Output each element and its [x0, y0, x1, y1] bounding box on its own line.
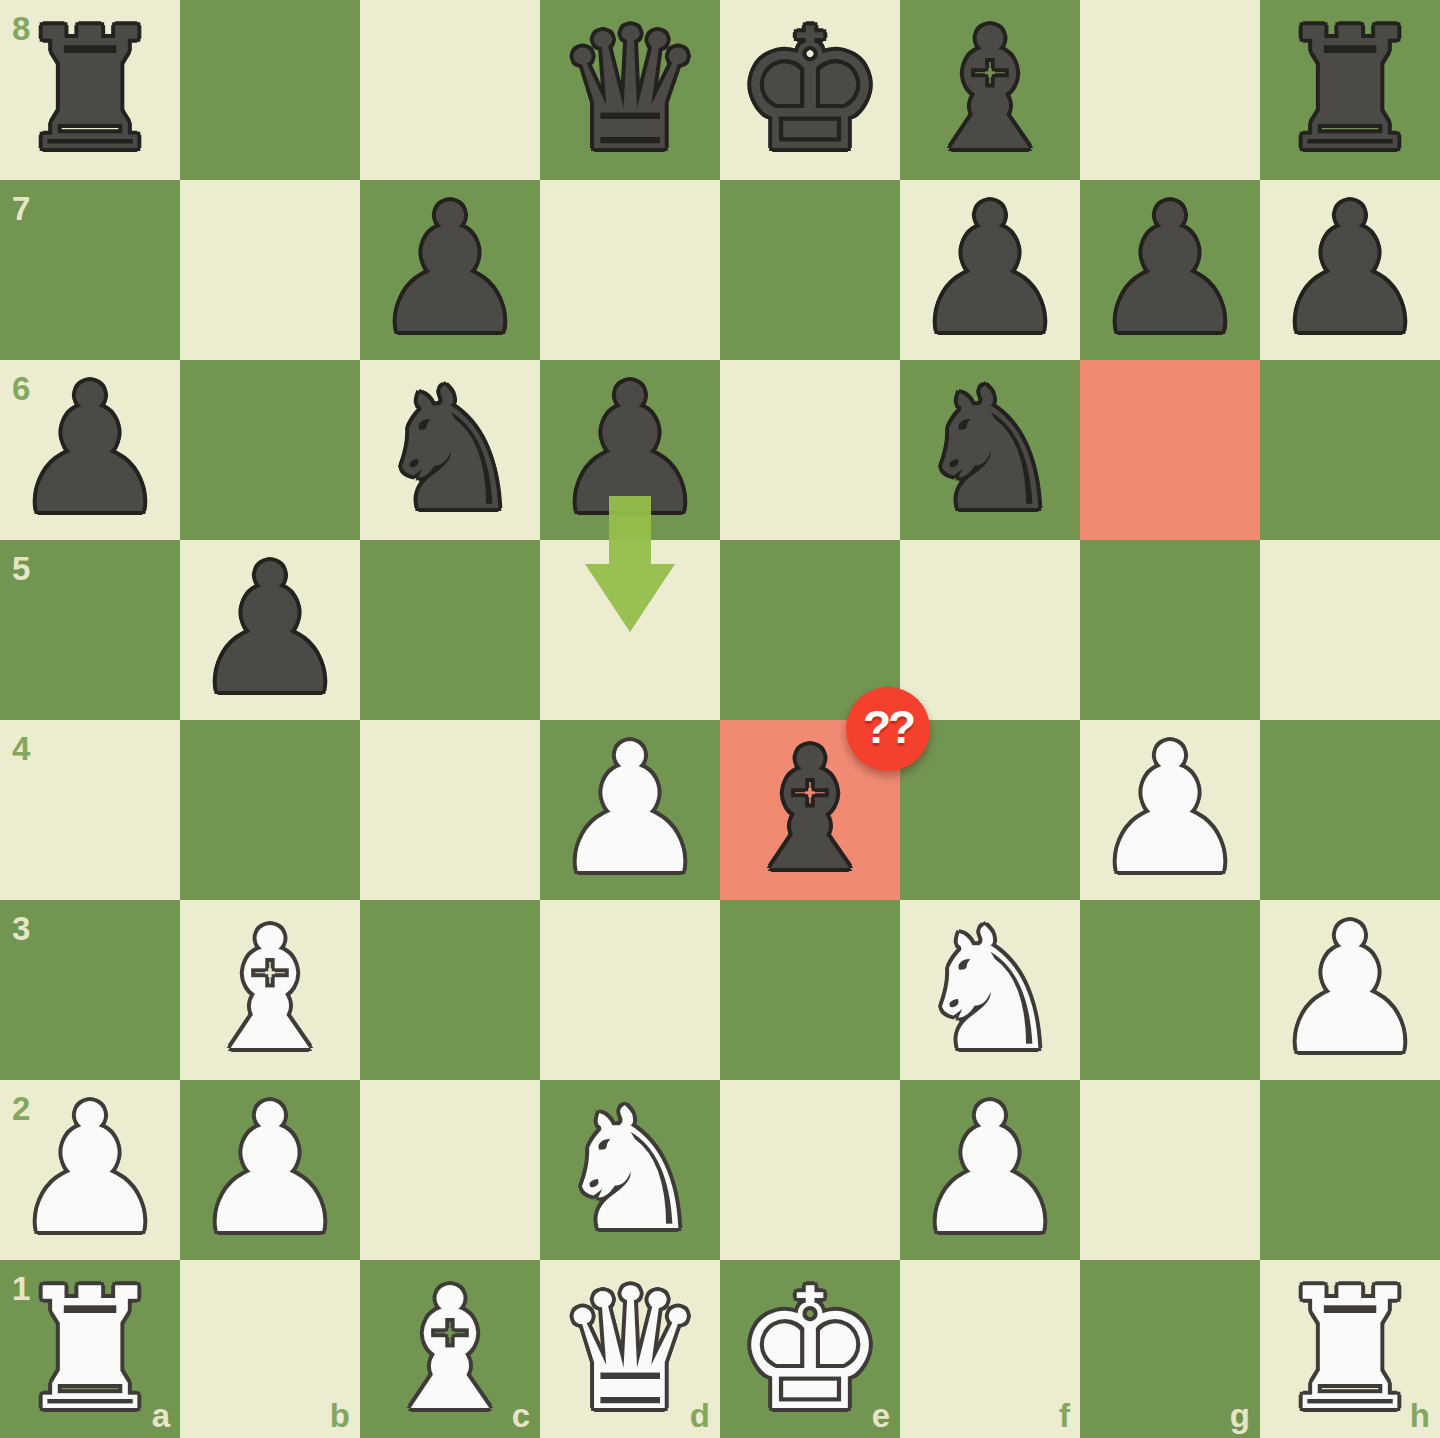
white-king-piece[interactable]: ♚: [720, 1260, 900, 1438]
blunder-badge: ??: [846, 687, 930, 771]
square-a6[interactable]: 6♟: [0, 360, 180, 540]
square-b5[interactable]: ♟: [180, 540, 360, 720]
square-f5[interactable]: [900, 540, 1080, 720]
white-knight-piece[interactable]: ♞: [900, 900, 1080, 1080]
rank-label-3: 3: [12, 912, 30, 945]
square-a4[interactable]: 4: [0, 720, 180, 900]
square-c7[interactable]: ♟: [360, 180, 540, 360]
square-e3[interactable]: [720, 900, 900, 1080]
black-rook-piece[interactable]: ♜: [0, 0, 180, 180]
square-h5[interactable]: [1260, 540, 1440, 720]
square-g8[interactable]: [1080, 0, 1260, 180]
black-pawn-piece[interactable]: ♟: [1260, 180, 1440, 360]
chess-board: 8♜♛♚♝♜7♟♟♟♟6♟♞♟♞5♟4♟♝♟3♝♞♟2♟♟♞♟1a♜bc♝d♛e…: [0, 0, 1440, 1438]
black-pawn-piece[interactable]: ♟: [540, 360, 720, 540]
black-rook-piece[interactable]: ♜: [1260, 0, 1440, 180]
square-f6[interactable]: ♞: [900, 360, 1080, 540]
square-c5[interactable]: [360, 540, 540, 720]
square-h4[interactable]: [1260, 720, 1440, 900]
square-b2[interactable]: ♟: [180, 1080, 360, 1260]
square-g1[interactable]: g: [1080, 1260, 1260, 1438]
square-a3[interactable]: 3: [0, 900, 180, 1080]
square-d4[interactable]: ♟: [540, 720, 720, 900]
square-c2[interactable]: [360, 1080, 540, 1260]
square-g7[interactable]: ♟: [1080, 180, 1260, 360]
square-h3[interactable]: ♟: [1260, 900, 1440, 1080]
black-pawn-piece[interactable]: ♟: [180, 540, 360, 720]
square-e8[interactable]: ♚: [720, 0, 900, 180]
square-a1[interactable]: 1a♜: [0, 1260, 180, 1438]
file-label-g: g: [1230, 1399, 1250, 1432]
square-g3[interactable]: [1080, 900, 1260, 1080]
square-d1[interactable]: d♛: [540, 1260, 720, 1438]
blunder-badge-label: ??: [863, 700, 913, 754]
white-pawn-piece[interactable]: ♟: [540, 720, 720, 900]
white-pawn-piece[interactable]: ♟: [900, 1080, 1080, 1260]
square-b6[interactable]: [180, 360, 360, 540]
square-b1[interactable]: b: [180, 1260, 360, 1438]
square-f7[interactable]: ♟: [900, 180, 1080, 360]
black-queen-piece[interactable]: ♛: [540, 0, 720, 180]
square-d8[interactable]: ♛: [540, 0, 720, 180]
black-pawn-piece[interactable]: ♟: [900, 180, 1080, 360]
square-f8[interactable]: ♝: [900, 0, 1080, 180]
square-b7[interactable]: [180, 180, 360, 360]
black-pawn-piece[interactable]: ♟: [1080, 180, 1260, 360]
rank-label-7: 7: [12, 192, 30, 225]
square-d3[interactable]: [540, 900, 720, 1080]
square-f1[interactable]: f: [900, 1260, 1080, 1438]
white-bishop-piece[interactable]: ♝: [360, 1260, 540, 1438]
square-h6[interactable]: [1260, 360, 1440, 540]
white-rook-piece[interactable]: ♜: [1260, 1260, 1440, 1438]
square-g4[interactable]: ♟: [1080, 720, 1260, 900]
square-h8[interactable]: ♜: [1260, 0, 1440, 180]
square-f2[interactable]: ♟: [900, 1080, 1080, 1260]
square-a2[interactable]: 2♟: [0, 1080, 180, 1260]
square-h2[interactable]: [1260, 1080, 1440, 1260]
white-queen-piece[interactable]: ♛: [540, 1260, 720, 1438]
square-f4[interactable]: [900, 720, 1080, 900]
file-label-b: b: [330, 1399, 350, 1432]
square-b4[interactable]: [180, 720, 360, 900]
square-g5[interactable]: [1080, 540, 1260, 720]
square-e2[interactable]: [720, 1080, 900, 1260]
square-a8[interactable]: 8♜: [0, 0, 180, 180]
square-h1[interactable]: h♜: [1260, 1260, 1440, 1438]
black-king-piece[interactable]: ♚: [720, 0, 900, 180]
square-e6[interactable]: [720, 360, 900, 540]
white-knight-piece[interactable]: ♞: [540, 1080, 720, 1260]
black-knight-piece[interactable]: ♞: [900, 360, 1080, 540]
file-label-f: f: [1059, 1399, 1070, 1432]
square-e1[interactable]: e♚: [720, 1260, 900, 1438]
square-d2[interactable]: ♞: [540, 1080, 720, 1260]
rank-label-4: 4: [12, 732, 30, 765]
square-g6[interactable]: [1080, 360, 1260, 540]
square-c8[interactable]: [360, 0, 540, 180]
black-knight-piece[interactable]: ♞: [360, 360, 540, 540]
square-c4[interactable]: [360, 720, 540, 900]
white-pawn-piece[interactable]: ♟: [1260, 900, 1440, 1080]
square-e7[interactable]: [720, 180, 900, 360]
black-pawn-piece[interactable]: ♟: [360, 180, 540, 360]
square-b3[interactable]: ♝: [180, 900, 360, 1080]
square-c1[interactable]: c♝: [360, 1260, 540, 1438]
black-pawn-piece[interactable]: ♟: [0, 360, 180, 540]
square-c3[interactable]: [360, 900, 540, 1080]
white-pawn-piece[interactable]: ♟: [1080, 720, 1260, 900]
square-f3[interactable]: ♞: [900, 900, 1080, 1080]
white-pawn-piece[interactable]: ♟: [180, 1080, 360, 1260]
square-a7[interactable]: 7: [0, 180, 180, 360]
square-h7[interactable]: ♟: [1260, 180, 1440, 360]
black-bishop-piece[interactable]: ♝: [900, 0, 1080, 180]
rank-label-5: 5: [12, 552, 30, 585]
square-d5[interactable]: [540, 540, 720, 720]
square-b8[interactable]: [180, 0, 360, 180]
square-d6[interactable]: ♟: [540, 360, 720, 540]
square-a5[interactable]: 5: [0, 540, 180, 720]
white-rook-piece[interactable]: ♜: [0, 1260, 180, 1438]
square-c6[interactable]: ♞: [360, 360, 540, 540]
square-g2[interactable]: [1080, 1080, 1260, 1260]
square-d7[interactable]: [540, 180, 720, 360]
white-bishop-piece[interactable]: ♝: [180, 900, 360, 1080]
white-pawn-piece[interactable]: ♟: [0, 1080, 180, 1260]
